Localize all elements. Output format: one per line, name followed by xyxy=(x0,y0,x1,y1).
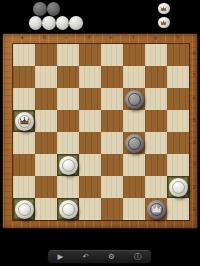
rank-label-2: 2 xyxy=(191,176,198,198)
captured-dark-disc xyxy=(33,2,47,16)
play-icon[interactable]: ▶ xyxy=(58,253,64,261)
file-label-e: e xyxy=(100,34,122,41)
crown-icon xyxy=(160,6,167,12)
square-d7[interactable] xyxy=(79,66,101,88)
square-d1[interactable] xyxy=(79,198,101,220)
file-label-b: b xyxy=(33,34,55,41)
square-b1[interactable] xyxy=(35,198,57,220)
rank-label-8: 8 xyxy=(191,42,198,64)
square-b6[interactable] xyxy=(35,88,57,110)
captured-light-disc xyxy=(29,16,43,30)
square-g7[interactable] xyxy=(145,66,167,88)
settings-icon[interactable]: ⚙ xyxy=(108,253,115,261)
square-e2[interactable] xyxy=(101,176,123,198)
file-label-f: f xyxy=(122,34,144,41)
rank-label-5: 5 xyxy=(191,109,198,131)
white-king-indicator-icon xyxy=(158,3,170,15)
square-g4[interactable] xyxy=(145,132,167,154)
square-c1[interactable] xyxy=(57,198,79,220)
square-g5[interactable] xyxy=(145,110,167,132)
crown-icon xyxy=(151,205,162,214)
square-d8[interactable] xyxy=(79,44,101,66)
rank-label-7: 7 xyxy=(191,64,198,86)
square-b8[interactable] xyxy=(35,44,57,66)
square-g1[interactable] xyxy=(145,198,167,220)
square-b4[interactable] xyxy=(35,132,57,154)
square-a4[interactable] xyxy=(13,132,35,154)
square-c8[interactable] xyxy=(57,44,79,66)
square-d2[interactable] xyxy=(79,176,101,198)
square-e7[interactable] xyxy=(101,66,123,88)
square-h5[interactable] xyxy=(167,110,189,132)
square-e3[interactable] xyxy=(101,154,123,176)
black-man-piece[interactable] xyxy=(125,90,144,109)
square-b7[interactable] xyxy=(35,66,57,88)
square-a3[interactable] xyxy=(13,154,35,176)
square-b2[interactable] xyxy=(35,176,57,198)
file-label-d: d xyxy=(78,34,100,41)
square-h3[interactable] xyxy=(167,154,189,176)
white-king-indicator-icon xyxy=(158,17,170,29)
captured-light-disc xyxy=(42,16,56,30)
square-c5[interactable] xyxy=(57,110,79,132)
white-man-piece[interactable] xyxy=(59,200,78,219)
rank-labels: 87654321 xyxy=(191,42,198,220)
square-a8[interactable] xyxy=(13,44,35,66)
square-h6[interactable] xyxy=(167,88,189,110)
square-e1[interactable] xyxy=(101,198,123,220)
captured-light-disc xyxy=(69,16,83,30)
toolbar: ▶↶⚙ⓘ xyxy=(47,249,152,264)
square-g8[interactable] xyxy=(145,44,167,66)
file-labels: abcdefgh xyxy=(11,34,189,41)
square-f3[interactable] xyxy=(123,154,145,176)
square-a2[interactable] xyxy=(13,176,35,198)
square-h2[interactable] xyxy=(167,176,189,198)
square-f2[interactable] xyxy=(123,176,145,198)
white-man-piece[interactable] xyxy=(59,156,78,175)
square-b5[interactable] xyxy=(35,110,57,132)
screen: { "game": "checkers", "app": { "style": … xyxy=(0,0,200,266)
square-c6[interactable] xyxy=(57,88,79,110)
rank-label-4: 4 xyxy=(191,131,198,153)
square-e6[interactable] xyxy=(101,88,123,110)
file-label-c: c xyxy=(56,34,78,41)
square-a1[interactable] xyxy=(13,198,35,220)
white-man-piece[interactable] xyxy=(169,178,188,197)
file-label-g: g xyxy=(145,34,167,41)
square-f1[interactable] xyxy=(123,198,145,220)
square-g2[interactable] xyxy=(145,176,167,198)
info-icon[interactable]: ⓘ xyxy=(134,253,142,261)
square-f4[interactable] xyxy=(123,132,145,154)
square-h8[interactable] xyxy=(167,44,189,66)
board-frame xyxy=(2,33,198,229)
crown-icon xyxy=(160,20,167,26)
square-h4[interactable] xyxy=(167,132,189,154)
square-a7[interactable] xyxy=(13,66,35,88)
square-h1[interactable] xyxy=(167,198,189,220)
square-c7[interactable] xyxy=(57,66,79,88)
square-f5[interactable] xyxy=(123,110,145,132)
file-label-h: h xyxy=(167,34,189,41)
board-grid xyxy=(12,43,190,221)
square-c2[interactable] xyxy=(57,176,79,198)
square-d5[interactable] xyxy=(79,110,101,132)
rank-label-6: 6 xyxy=(191,87,198,109)
captured-light-disc xyxy=(56,16,70,30)
black-king-piece[interactable] xyxy=(147,200,166,219)
square-d6[interactable] xyxy=(79,88,101,110)
black-man-piece[interactable] xyxy=(125,134,144,153)
undo-icon[interactable]: ↶ xyxy=(83,253,89,261)
square-c4[interactable] xyxy=(57,132,79,154)
square-g6[interactable] xyxy=(145,88,167,110)
square-h7[interactable] xyxy=(167,66,189,88)
square-f7[interactable] xyxy=(123,66,145,88)
white-man-piece[interactable] xyxy=(15,200,34,219)
square-a6[interactable] xyxy=(13,88,35,110)
square-e8[interactable] xyxy=(101,44,123,66)
square-e4[interactable] xyxy=(101,132,123,154)
white-king-piece[interactable] xyxy=(15,112,34,131)
square-f6[interactable] xyxy=(123,88,145,110)
square-e5[interactable] xyxy=(101,110,123,132)
square-d4[interactable] xyxy=(79,132,101,154)
captured-dark-disc xyxy=(47,2,61,16)
rank-label-3: 3 xyxy=(191,153,198,175)
square-f8[interactable] xyxy=(123,44,145,66)
square-g3[interactable] xyxy=(145,154,167,176)
square-d3[interactable] xyxy=(79,154,101,176)
rank-label-1: 1 xyxy=(191,198,198,220)
square-b3[interactable] xyxy=(35,154,57,176)
crown-icon xyxy=(19,117,30,126)
file-label-a: a xyxy=(11,34,33,41)
square-c3[interactable] xyxy=(57,154,79,176)
square-a5[interactable] xyxy=(13,110,35,132)
